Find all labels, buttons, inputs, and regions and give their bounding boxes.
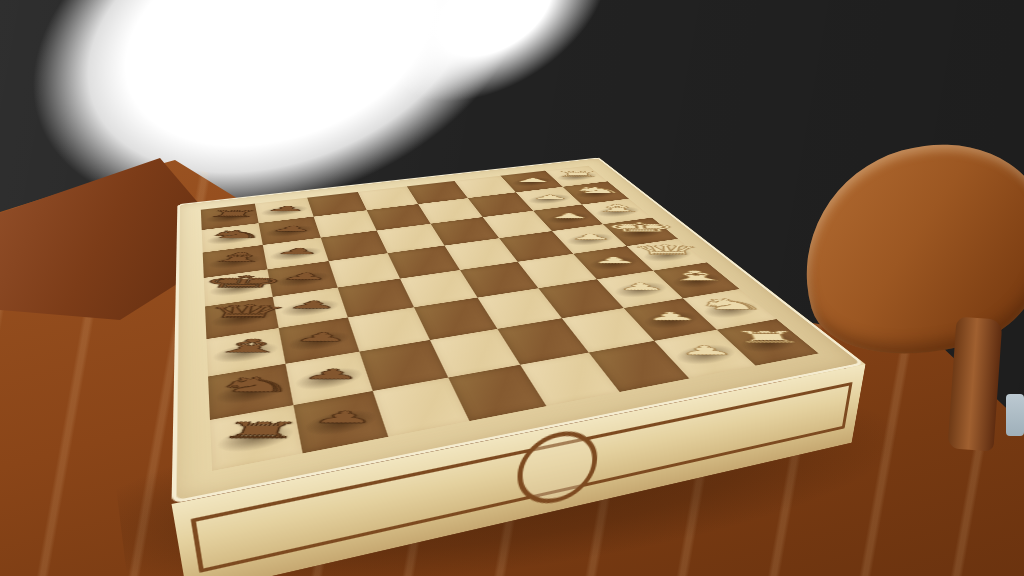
viewer-canvas[interactable]: ♜♞♝♛♚♝♞♜♟♟♟♟♟♟♟♟♟♟♟♟♟♟♟♟♜♞♝♛♚♝♞♜ [0, 0, 1024, 576]
inlay-band-right-cap [842, 382, 853, 429]
board-scene: ♜♞♝♛♚♝♞♜♟♟♟♟♟♟♟♟♟♟♟♟♟♟♟♟♜♞♝♛♚♝♞♜ [0, 0, 1024, 576]
chess-board: ♜♞♝♛♚♝♞♜♟♟♟♟♟♟♟♟♟♟♟♟♟♟♟♟♜♞♝♛♚♝♞♜ [172, 157, 866, 504]
inlay-band-left-cap [191, 518, 204, 573]
inlay-circle [517, 424, 599, 511]
